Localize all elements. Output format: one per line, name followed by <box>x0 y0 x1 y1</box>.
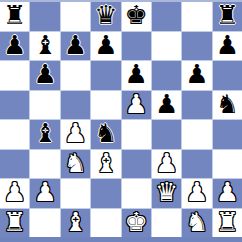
square-a1[interactable]: ♜ <box>0 209 29 238</box>
square-b4[interactable]: ♝ <box>30 120 59 149</box>
square-b1[interactable] <box>30 209 59 238</box>
square-g2[interactable]: ♟ <box>182 179 211 208</box>
square-b3[interactable] <box>30 150 59 179</box>
square-c3[interactable]: ♞ <box>61 150 90 179</box>
black-king-icon[interactable]: ♚ <box>125 2 148 28</box>
black-rook-icon[interactable]: ♜ <box>216 2 239 28</box>
square-b6[interactable]: ♟ <box>30 61 59 90</box>
square-e2[interactable] <box>122 179 151 208</box>
square-d3[interactable]: ♝ <box>91 150 120 179</box>
square-d6[interactable] <box>91 61 120 90</box>
square-a2[interactable]: ♟ <box>0 179 29 208</box>
square-h4[interactable] <box>213 120 242 149</box>
black-pawn-icon[interactable]: ♟ <box>155 91 178 117</box>
square-d4[interactable]: ♞ <box>91 120 120 149</box>
white-rook-icon[interactable]: ♜ <box>216 209 239 235</box>
white-pawn-icon[interactable]: ♟ <box>216 179 239 205</box>
square-g4[interactable] <box>182 120 211 149</box>
square-h6[interactable] <box>213 61 242 90</box>
white-bishop-icon[interactable]: ♝ <box>94 150 117 176</box>
black-knight-icon[interactable]: ♞ <box>216 91 239 117</box>
square-h3[interactable] <box>213 150 242 179</box>
square-b8[interactable] <box>30 2 59 31</box>
square-c2[interactable] <box>61 179 90 208</box>
square-a4[interactable] <box>0 120 29 149</box>
black-pawn-icon[interactable]: ♟ <box>94 32 117 58</box>
black-pawn-icon[interactable]: ♟ <box>216 32 239 58</box>
white-knight-icon[interactable]: ♞ <box>185 209 208 235</box>
white-bishop-icon[interactable]: ♝ <box>64 209 87 235</box>
square-e6[interactable]: ♟ <box>122 61 151 90</box>
white-king-icon[interactable]: ♚ <box>125 209 148 235</box>
square-e4[interactable] <box>122 120 151 149</box>
square-c8[interactable] <box>61 2 90 31</box>
black-pawn-icon[interactable]: ♟ <box>185 61 208 87</box>
black-pawn-icon[interactable]: ♟ <box>64 32 87 58</box>
square-g8[interactable] <box>182 2 211 31</box>
square-f6[interactable] <box>152 61 181 90</box>
square-g7[interactable] <box>182 32 211 61</box>
black-queen-icon[interactable]: ♛ <box>94 2 117 28</box>
black-rook-icon[interactable]: ♜ <box>3 2 26 28</box>
square-e5[interactable]: ♟ <box>122 91 151 120</box>
square-d7[interactable]: ♟ <box>91 32 120 61</box>
square-f1[interactable] <box>152 209 181 238</box>
square-a3[interactable] <box>0 150 29 179</box>
square-f2[interactable]: ♛ <box>152 179 181 208</box>
square-g6[interactable]: ♟ <box>182 61 211 90</box>
square-h8[interactable]: ♜ <box>213 2 242 31</box>
square-g3[interactable] <box>182 150 211 179</box>
square-f7[interactable] <box>152 32 181 61</box>
square-e7[interactable] <box>122 32 151 61</box>
square-d8[interactable]: ♛ <box>91 2 120 31</box>
white-pawn-icon[interactable]: ♟ <box>33 179 56 205</box>
white-pawn-icon[interactable]: ♟ <box>155 150 178 176</box>
square-h2[interactable]: ♟ <box>213 179 242 208</box>
black-knight-icon[interactable]: ♞ <box>94 120 117 146</box>
square-h5[interactable]: ♞ <box>213 91 242 120</box>
square-f3[interactable]: ♟ <box>152 150 181 179</box>
square-b7[interactable]: ♝ <box>30 32 59 61</box>
white-pawn-icon[interactable]: ♟ <box>185 179 208 205</box>
black-pawn-icon[interactable]: ♟ <box>33 61 56 87</box>
square-e1[interactable]: ♚ <box>122 209 151 238</box>
square-a5[interactable] <box>0 91 29 120</box>
square-c5[interactable] <box>61 91 90 120</box>
white-pawn-icon[interactable]: ♟ <box>64 120 87 146</box>
square-a7[interactable]: ♟ <box>0 32 29 61</box>
square-a8[interactable]: ♜ <box>0 2 29 31</box>
square-d5[interactable] <box>91 91 120 120</box>
square-c4[interactable]: ♟ <box>61 120 90 149</box>
square-d2[interactable] <box>91 179 120 208</box>
square-g5[interactable] <box>182 91 211 120</box>
square-f5[interactable]: ♟ <box>152 91 181 120</box>
white-pawn-icon[interactable]: ♟ <box>3 179 26 205</box>
square-g1[interactable]: ♞ <box>182 209 211 238</box>
square-b2[interactable]: ♟ <box>30 179 59 208</box>
square-e3[interactable] <box>122 150 151 179</box>
square-c7[interactable]: ♟ <box>61 32 90 61</box>
white-knight-icon[interactable]: ♞ <box>64 150 87 176</box>
square-c6[interactable] <box>61 61 90 90</box>
black-bishop-icon[interactable]: ♝ <box>33 32 56 58</box>
square-e8[interactable]: ♚ <box>122 2 151 31</box>
square-b5[interactable] <box>30 91 59 120</box>
square-f4[interactable] <box>152 120 181 149</box>
black-bishop-icon[interactable]: ♝ <box>33 120 56 146</box>
square-h1[interactable]: ♜ <box>213 209 242 238</box>
white-queen-icon[interactable]: ♛ <box>155 179 178 205</box>
white-rook-icon[interactable]: ♜ <box>3 209 26 235</box>
square-c1[interactable]: ♝ <box>61 209 90 238</box>
black-pawn-icon[interactable]: ♟ <box>3 32 26 58</box>
square-h7[interactable]: ♟ <box>213 32 242 61</box>
chess-board: ♜♛♚♜♟♝♟♟♟♟♟♟♟♟♞♝♟♞♞♝♟♟♟♛♟♟♜♝♚♞♜ <box>0 0 242 242</box>
square-d1[interactable] <box>91 209 120 238</box>
black-pawn-icon[interactable]: ♟ <box>125 61 148 87</box>
square-f8[interactable] <box>152 2 181 31</box>
white-pawn-icon[interactable]: ♟ <box>125 91 148 117</box>
square-a6[interactable] <box>0 61 29 90</box>
